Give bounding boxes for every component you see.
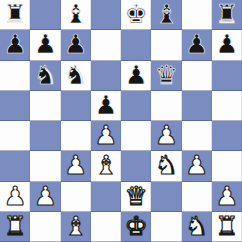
square-d1[interactable] [91, 212, 121, 242]
square-b5[interactable] [30, 91, 60, 121]
square-b7[interactable]: ♟ [30, 30, 60, 60]
square-d6[interactable] [91, 61, 121, 91]
square-h1[interactable]: ♜ [212, 212, 242, 242]
black-knight-piece[interactable]: ♞ [34, 62, 57, 88]
square-g8[interactable] [182, 0, 212, 30]
square-f6[interactable]: ♛ [151, 61, 181, 91]
square-f1[interactable] [151, 212, 181, 242]
square-g1[interactable]: ♞ [182, 212, 212, 242]
black-pawn-piece[interactable]: ♟ [185, 31, 208, 57]
square-a2[interactable]: ♟ [0, 182, 30, 212]
white-knight-piece[interactable]: ♞ [155, 152, 178, 178]
black-pawn-piece[interactable]: ♟ [94, 92, 117, 118]
square-f8[interactable]: ♝ [151, 0, 181, 30]
square-h7[interactable]: ♟ [212, 30, 242, 60]
square-h4[interactable] [212, 121, 242, 151]
square-g4[interactable] [182, 121, 212, 151]
black-queen-piece[interactable]: ♛ [155, 62, 178, 88]
square-g3[interactable]: ♟ [182, 151, 212, 181]
square-b3[interactable] [30, 151, 60, 181]
square-h5[interactable] [212, 91, 242, 121]
square-f4[interactable]: ♟ [151, 121, 181, 151]
square-c5[interactable] [61, 91, 91, 121]
square-b8[interactable] [30, 0, 60, 30]
square-b1[interactable] [30, 212, 60, 242]
square-g6[interactable] [182, 61, 212, 91]
square-c4[interactable] [61, 121, 91, 151]
black-pawn-piece[interactable]: ♟ [215, 31, 238, 57]
square-g2[interactable] [182, 182, 212, 212]
black-bishop-piece[interactable]: ♝ [64, 1, 87, 27]
square-d3[interactable]: ♝ [91, 151, 121, 181]
square-c3[interactable]: ♟ [61, 151, 91, 181]
white-pawn-piece[interactable]: ♟ [215, 183, 238, 209]
square-b4[interactable] [30, 121, 60, 151]
square-a1[interactable]: ♜ [0, 212, 30, 242]
square-f3[interactable]: ♞ [151, 151, 181, 181]
square-e1[interactable]: ♚ [121, 212, 151, 242]
white-pawn-piece[interactable]: ♟ [94, 122, 117, 148]
black-pawn-piece[interactable]: ♟ [64, 31, 87, 57]
square-a4[interactable] [0, 121, 30, 151]
square-b2[interactable]: ♟ [30, 182, 60, 212]
square-a5[interactable] [0, 91, 30, 121]
white-knight-piece[interactable]: ♞ [185, 213, 208, 239]
black-rook-piece[interactable]: ♜ [215, 1, 238, 27]
square-a3[interactable] [0, 151, 30, 181]
white-pawn-piece[interactable]: ♟ [3, 183, 26, 209]
square-f2[interactable] [151, 182, 181, 212]
white-rook-piece[interactable]: ♜ [3, 213, 26, 239]
square-e5[interactable] [121, 91, 151, 121]
square-d4[interactable]: ♟ [91, 121, 121, 151]
square-e6[interactable]: ♟ [121, 61, 151, 91]
white-bishop-piece[interactable]: ♝ [64, 213, 87, 239]
square-f7[interactable] [151, 30, 181, 60]
white-queen-piece[interactable]: ♛ [124, 183, 147, 209]
black-pawn-piece[interactable]: ♟ [34, 31, 57, 57]
square-b6[interactable]: ♞ [30, 61, 60, 91]
square-c6[interactable]: ♞ [61, 61, 91, 91]
square-d7[interactable] [91, 30, 121, 60]
square-e7[interactable] [121, 30, 151, 60]
white-pawn-piece[interactable]: ♟ [155, 122, 178, 148]
square-d2[interactable] [91, 182, 121, 212]
square-h6[interactable] [212, 61, 242, 91]
square-d8[interactable] [91, 0, 121, 30]
square-g7[interactable]: ♟ [182, 30, 212, 60]
square-e4[interactable] [121, 121, 151, 151]
black-pawn-piece[interactable]: ♟ [124, 62, 147, 88]
square-g5[interactable] [182, 91, 212, 121]
black-bishop-piece[interactable]: ♝ [155, 1, 178, 27]
square-c1[interactable]: ♝ [61, 212, 91, 242]
chess-board: ♜♝♚♝♜♟♟♟♟♟♞♞♟♛♟♟♟♟♝♞♟♟♟♛♟♜♝♚♞♜ [0, 0, 242, 242]
white-pawn-piece[interactable]: ♟ [185, 152, 208, 178]
square-e2[interactable]: ♛ [121, 182, 151, 212]
square-h3[interactable] [212, 151, 242, 181]
square-h8[interactable]: ♜ [212, 0, 242, 30]
square-h2[interactable]: ♟ [212, 182, 242, 212]
square-e3[interactable] [121, 151, 151, 181]
square-a6[interactable] [0, 61, 30, 91]
white-pawn-piece[interactable]: ♟ [34, 183, 57, 209]
black-rook-piece[interactable]: ♜ [3, 1, 26, 27]
white-bishop-piece[interactable]: ♝ [94, 152, 117, 178]
square-e8[interactable]: ♚ [121, 0, 151, 30]
square-c7[interactable]: ♟ [61, 30, 91, 60]
white-king-piece[interactable]: ♚ [124, 213, 147, 239]
square-a7[interactable]: ♟ [0, 30, 30, 60]
black-king-piece[interactable]: ♚ [124, 1, 147, 27]
square-c8[interactable]: ♝ [61, 0, 91, 30]
square-d5[interactable]: ♟ [91, 91, 121, 121]
square-c2[interactable] [61, 182, 91, 212]
black-knight-piece[interactable]: ♞ [64, 62, 87, 88]
white-rook-piece[interactable]: ♜ [215, 213, 238, 239]
white-pawn-piece[interactable]: ♟ [64, 152, 87, 178]
square-a8[interactable]: ♜ [0, 0, 30, 30]
square-f5[interactable] [151, 91, 181, 121]
black-pawn-piece[interactable]: ♟ [3, 31, 26, 57]
